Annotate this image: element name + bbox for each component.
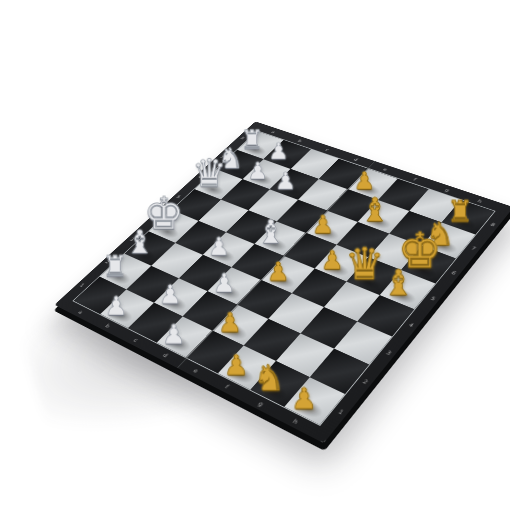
piece-silver-pawn: ♟ — [162, 321, 186, 348]
rank-label: 4 — [408, 322, 415, 328]
piece-gold-pawn: ♟ — [267, 259, 290, 285]
piece-silver-rook: ♜ — [240, 127, 263, 153]
file-label: g — [444, 188, 450, 192]
file-label: c — [133, 337, 140, 342]
file-label: h — [292, 418, 300, 425]
piece-gold-pawn: ♟ — [218, 309, 242, 336]
rank-label: 2 — [362, 379, 369, 385]
piece-gold-knight: ♞ — [254, 361, 286, 396]
file-label: a — [271, 130, 277, 134]
piece-gold-pawn: ♟ — [354, 169, 375, 193]
file-label: b — [105, 323, 112, 328]
rank-label: 6 — [450, 270, 457, 275]
file-label: e — [382, 167, 388, 171]
rank-label: 8 — [489, 222, 495, 227]
piece-gold-bishop: ♝ — [383, 265, 415, 300]
piece-silver-pawn: ♟ — [208, 234, 230, 259]
rank-label: 5 — [429, 296, 436, 302]
piece-silver-bishop: ♝ — [256, 215, 285, 248]
file-label: b — [297, 139, 303, 143]
piece-silver-pawn: ♟ — [268, 140, 288, 163]
board-perspective-wrapper: ♜♟♟♜♞♟♟♝♞♛♟♚♝♟♛♝♚♟♟♝♟♜♟♟♟♟♟♞♟ 88aa77bb66… — [87, 59, 481, 453]
file-label: h — [477, 199, 483, 204]
piece-silver-bishop: ♝ — [125, 226, 154, 258]
file-label: a — [78, 309, 85, 314]
file-label: f — [224, 384, 230, 390]
rank-label: 3 — [385, 350, 392, 356]
file-label: f — [413, 177, 418, 181]
piece-gold-bishop: ♝ — [360, 193, 389, 226]
file-label: e — [193, 367, 200, 373]
piece-silver-rook: ♜ — [102, 253, 128, 282]
file-label: g — [257, 400, 265, 406]
file-label: d — [353, 157, 359, 161]
piece-gold-pawn: ♟ — [291, 384, 317, 413]
rank-label: 1 — [79, 283, 86, 288]
piece-silver-pawn: ♟ — [247, 160, 268, 183]
piece-gold-pawn: ♟ — [224, 351, 249, 379]
piece-silver-pawn: ♟ — [159, 282, 182, 308]
piece-silver-pawn: ♟ — [275, 169, 296, 192]
piece-gold-pawn: ♟ — [321, 247, 344, 273]
file-label: c — [325, 148, 331, 152]
piece-silver-pawn: ♟ — [105, 293, 128, 319]
piece-gold-queen: ♛ — [345, 242, 384, 286]
rank-label: 1 — [337, 409, 345, 416]
piece-silver-queen: ♛ — [192, 154, 227, 193]
piece-gold-pawn: ♟ — [312, 212, 334, 237]
rank-label: 7 — [470, 246, 477, 251]
piece-silver-pawn: ♟ — [213, 270, 236, 296]
file-label: d — [162, 352, 169, 358]
